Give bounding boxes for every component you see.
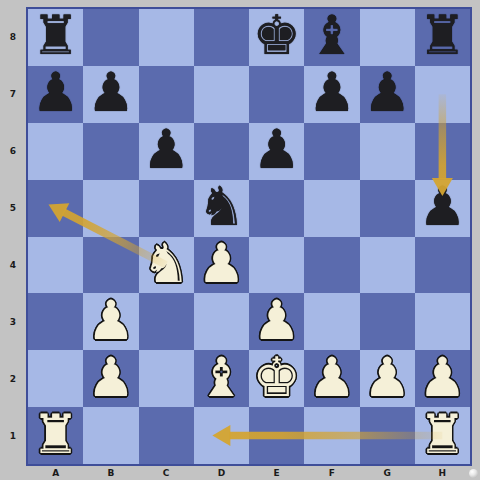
white-pawn[interactable]: ♟: [197, 237, 245, 291]
file-label-b: B: [83, 466, 138, 480]
square-a8[interactable]: ♜: [28, 9, 83, 66]
black-king[interactable]: ♚: [252, 9, 300, 63]
white-pawn[interactable]: ♟: [418, 351, 466, 405]
black-knight[interactable]: ♞: [197, 180, 245, 234]
white-bishop[interactable]: ♝: [197, 351, 245, 405]
square-h7[interactable]: [415, 66, 470, 123]
board-frame: 87654321 ABCDEFGH ♜♚♝♜♟♟♟♟♟♟♞♟♞♟♟♟♟♝♚♟♟♟…: [0, 0, 480, 480]
square-a5[interactable]: [28, 180, 83, 237]
square-f7[interactable]: ♟: [304, 66, 359, 123]
square-c5[interactable]: [139, 180, 194, 237]
rank-label-6: 6: [0, 123, 26, 180]
square-d3[interactable]: [194, 293, 249, 350]
rank-label-3: 3: [0, 293, 26, 350]
square-e5[interactable]: [249, 180, 304, 237]
square-c2[interactable]: [139, 350, 194, 407]
rank-label-4: 4: [0, 237, 26, 294]
square-b4[interactable]: [83, 237, 138, 294]
black-rook[interactable]: ♜: [31, 9, 79, 63]
square-h8[interactable]: ♜: [415, 9, 470, 66]
square-f6[interactable]: [304, 123, 359, 180]
square-g1[interactable]: [360, 407, 415, 464]
square-a6[interactable]: [28, 123, 83, 180]
square-f4[interactable]: [304, 237, 359, 294]
square-d7[interactable]: [194, 66, 249, 123]
white-pawn[interactable]: ♟: [87, 351, 135, 405]
file-labels: ABCDEFGH: [28, 466, 470, 480]
square-e1[interactable]: [249, 407, 304, 464]
square-e7[interactable]: [249, 66, 304, 123]
file-label-g: G: [360, 466, 415, 480]
square-h3[interactable]: [415, 293, 470, 350]
square-b3[interactable]: ♟: [83, 293, 138, 350]
square-c4[interactable]: ♞: [139, 237, 194, 294]
square-e2[interactable]: ♚: [249, 350, 304, 407]
square-f2[interactable]: ♟: [304, 350, 359, 407]
square-e8[interactable]: ♚: [249, 9, 304, 66]
square-b8[interactable]: [83, 9, 138, 66]
square-f5[interactable]: [304, 180, 359, 237]
square-d5[interactable]: ♞: [194, 180, 249, 237]
square-d6[interactable]: [194, 123, 249, 180]
white-pawn[interactable]: ♟: [87, 294, 135, 348]
square-c7[interactable]: [139, 66, 194, 123]
file-label-h: H: [415, 466, 470, 480]
square-g5[interactable]: [360, 180, 415, 237]
black-pawn[interactable]: ♟: [418, 180, 466, 234]
black-pawn[interactable]: ♟: [363, 66, 411, 120]
square-b6[interactable]: [83, 123, 138, 180]
white-pawn[interactable]: ♟: [308, 351, 356, 405]
file-label-a: A: [28, 466, 83, 480]
square-e4[interactable]: [249, 237, 304, 294]
square-a7[interactable]: ♟: [28, 66, 83, 123]
black-pawn[interactable]: ♟: [31, 66, 79, 120]
square-d1[interactable]: [194, 407, 249, 464]
black-pawn[interactable]: ♟: [87, 66, 135, 120]
white-king[interactable]: ♚: [252, 351, 300, 405]
square-g6[interactable]: [360, 123, 415, 180]
square-b1[interactable]: [83, 407, 138, 464]
square-e6[interactable]: ♟: [249, 123, 304, 180]
square-e3[interactable]: ♟: [249, 293, 304, 350]
square-c8[interactable]: [139, 9, 194, 66]
square-h6[interactable]: [415, 123, 470, 180]
status-ball-icon: [469, 469, 478, 478]
square-f1[interactable]: [304, 407, 359, 464]
rank-labels: 87654321: [0, 9, 26, 464]
square-g2[interactable]: ♟: [360, 350, 415, 407]
chess-board[interactable]: ♜♚♝♜♟♟♟♟♟♟♞♟♞♟♟♟♟♝♚♟♟♟♜♜: [26, 7, 472, 466]
black-pawn[interactable]: ♟: [308, 66, 356, 120]
white-rook[interactable]: ♜: [31, 408, 79, 462]
rank-label-1: 1: [0, 407, 26, 464]
square-g8[interactable]: [360, 9, 415, 66]
rank-label-5: 5: [0, 180, 26, 237]
square-c1[interactable]: [139, 407, 194, 464]
square-c3[interactable]: [139, 293, 194, 350]
file-label-d: D: [194, 466, 249, 480]
black-pawn[interactable]: ♟: [252, 123, 300, 177]
square-a1[interactable]: ♜: [28, 407, 83, 464]
file-label-f: F: [304, 466, 359, 480]
white-rook[interactable]: ♜: [418, 408, 466, 462]
square-f3[interactable]: [304, 293, 359, 350]
square-d8[interactable]: [194, 9, 249, 66]
square-h5[interactable]: ♟: [415, 180, 470, 237]
file-label-c: C: [139, 466, 194, 480]
square-c6[interactable]: ♟: [139, 123, 194, 180]
square-g3[interactable]: [360, 293, 415, 350]
rank-label-7: 7: [0, 66, 26, 123]
square-g4[interactable]: [360, 237, 415, 294]
square-h1[interactable]: ♜: [415, 407, 470, 464]
square-b2[interactable]: ♟: [83, 350, 138, 407]
square-g7[interactable]: ♟: [360, 66, 415, 123]
square-d4[interactable]: ♟: [194, 237, 249, 294]
white-pawn[interactable]: ♟: [252, 294, 300, 348]
square-a4[interactable]: [28, 237, 83, 294]
white-pawn[interactable]: ♟: [363, 351, 411, 405]
square-b7[interactable]: ♟: [83, 66, 138, 123]
square-f8[interactable]: ♝: [304, 9, 359, 66]
square-a2[interactable]: [28, 350, 83, 407]
rank-label-2: 2: [0, 350, 26, 407]
file-label-e: E: [249, 466, 304, 480]
square-b5[interactable]: [83, 180, 138, 237]
square-a3[interactable]: [28, 293, 83, 350]
black-bishop[interactable]: ♝: [308, 9, 356, 63]
square-h2[interactable]: ♟: [415, 350, 470, 407]
white-knight[interactable]: ♞: [142, 237, 190, 291]
square-h4[interactable]: [415, 237, 470, 294]
rank-label-8: 8: [0, 9, 26, 66]
black-rook[interactable]: ♜: [418, 9, 466, 63]
square-d2[interactable]: ♝: [194, 350, 249, 407]
black-pawn[interactable]: ♟: [142, 123, 190, 177]
